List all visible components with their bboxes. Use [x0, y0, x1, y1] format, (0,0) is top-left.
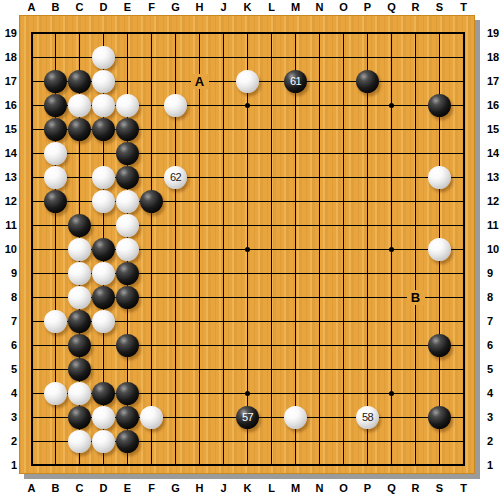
coord-label-top: J: [216, 0, 232, 14]
goban[interactable]: [19, 15, 475, 474]
coord-label-right: 19: [487, 26, 500, 41]
coord-label-right: 15: [487, 122, 500, 137]
coord-label-top: Q: [384, 0, 400, 14]
go-diagram-screen: 61625758ABAABBCCDDEEFFGGHHJJKKLLMMNNOOPP…: [0, 0, 500, 500]
coord-label-bottom: F: [144, 481, 160, 495]
coord-label-top: E: [120, 0, 136, 14]
coord-label-left: 1: [0, 458, 17, 473]
coord-label-left: 6: [0, 338, 17, 353]
coord-label-right: 7: [487, 314, 500, 329]
coord-label-bottom: H: [192, 481, 208, 495]
coord-label-right: 12: [487, 194, 500, 209]
coord-label-bottom: T: [456, 481, 472, 495]
coord-label-left: 15: [0, 122, 17, 137]
coord-label-bottom: O: [336, 481, 352, 495]
coord-label-left: 9: [0, 266, 17, 281]
coord-label-right: 18: [487, 50, 500, 65]
coord-label-left: 13: [0, 170, 17, 185]
coord-label-left: 4: [0, 386, 17, 401]
coord-label-right: 1: [487, 458, 500, 473]
coord-label-bottom: P: [360, 481, 376, 495]
coord-label-top: T: [456, 0, 472, 14]
coord-label-right: 17: [487, 74, 500, 89]
coord-label-left: 16: [0, 98, 17, 113]
coord-label-top: D: [96, 0, 112, 14]
coord-label-bottom: L: [264, 481, 280, 495]
coord-label-left: 19: [0, 26, 17, 41]
coord-label-bottom: K: [240, 481, 256, 495]
coord-label-right: 10: [487, 242, 500, 257]
coord-label-top: F: [144, 0, 160, 14]
coord-label-top: M: [288, 0, 304, 14]
coord-label-right: 8: [487, 290, 500, 305]
coord-label-right: 4: [487, 386, 500, 401]
coord-label-top: R: [408, 0, 424, 14]
coord-label-right: 2: [487, 434, 500, 449]
coord-label-left: 8: [0, 290, 17, 305]
coord-label-right: 9: [487, 266, 500, 281]
coord-label-bottom: B: [48, 481, 64, 495]
coord-label-left: 7: [0, 314, 17, 329]
coord-label-left: 12: [0, 194, 17, 209]
coord-label-right: 16: [487, 98, 500, 113]
coord-label-left: 5: [0, 362, 17, 377]
coord-label-right: 5: [487, 362, 500, 377]
coord-label-left: 18: [0, 50, 17, 65]
coord-label-left: 11: [0, 218, 17, 233]
coord-label-bottom: S: [432, 481, 448, 495]
coord-label-top: A: [24, 0, 40, 14]
coord-label-bottom: M: [288, 481, 304, 495]
coord-label-bottom: Q: [384, 481, 400, 495]
coord-label-bottom: D: [96, 481, 112, 495]
coord-label-top: B: [48, 0, 64, 14]
coord-label-right: 14: [487, 146, 500, 161]
coord-label-top: G: [168, 0, 184, 14]
coord-label-bottom: G: [168, 481, 184, 495]
coord-label-bottom: J: [216, 481, 232, 495]
coord-label-top: P: [360, 0, 376, 14]
coord-label-top: S: [432, 0, 448, 14]
coord-label-right: 3: [487, 410, 500, 425]
coord-label-left: 17: [0, 74, 17, 89]
coord-label-top: N: [312, 0, 328, 14]
coord-label-left: 3: [0, 410, 17, 425]
coord-label-top: O: [336, 0, 352, 14]
coord-label-bottom: N: [312, 481, 328, 495]
coord-label-right: 13: [487, 170, 500, 185]
coord-label-left: 14: [0, 146, 17, 161]
coord-label-top: C: [72, 0, 88, 14]
coord-label-right: 11: [487, 218, 500, 233]
coord-label-left: 2: [0, 434, 17, 449]
coord-label-top: H: [192, 0, 208, 14]
coord-label-bottom: R: [408, 481, 424, 495]
coord-label-bottom: E: [120, 481, 136, 495]
coord-label-left: 10: [0, 242, 17, 257]
coord-label-top: L: [264, 0, 280, 14]
coord-label-top: K: [240, 0, 256, 14]
coord-label-right: 6: [487, 338, 500, 353]
coord-label-bottom: C: [72, 481, 88, 495]
coord-label-bottom: A: [24, 481, 40, 495]
